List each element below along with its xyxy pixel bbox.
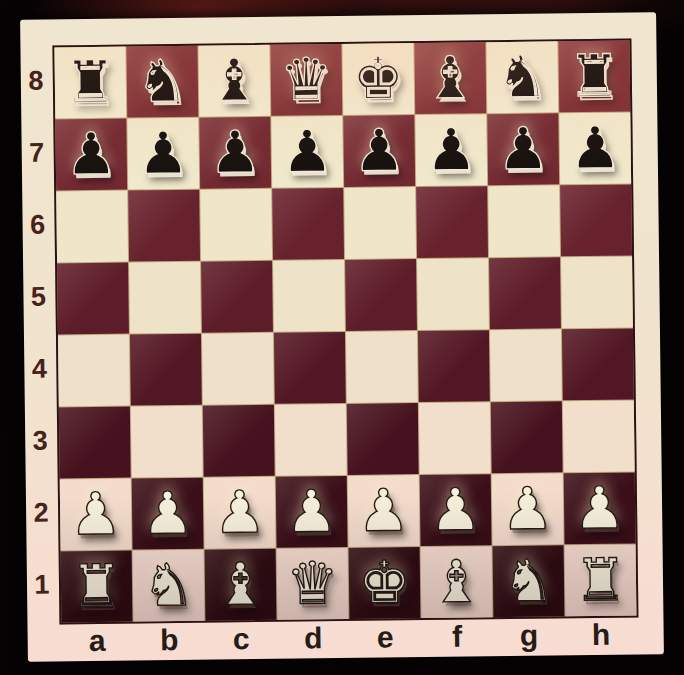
square-a5[interactable] (57, 263, 129, 335)
square-g7[interactable]: ♟︎ (487, 113, 559, 185)
white-pawn-a2[interactable]: ♟︎ (60, 479, 132, 551)
square-a3[interactable] (59, 407, 131, 479)
black-queen-d8[interactable]: ♛︎ (270, 44, 342, 116)
rank-label-4: 4 (24, 334, 55, 405)
square-f5[interactable] (417, 258, 489, 330)
rank-label-2: 2 (26, 478, 57, 549)
rank-label-8: 8 (20, 46, 51, 117)
square-f1[interactable]: ♝︎ (421, 546, 493, 618)
square-g5[interactable] (489, 257, 561, 329)
rank-label-3: 3 (25, 406, 56, 477)
square-c1[interactable]: ♝︎ (205, 549, 277, 621)
square-g1[interactable]: ♞︎ (493, 545, 565, 617)
white-rook-a1[interactable]: ♜︎ (61, 551, 133, 623)
file-label-a: a (61, 623, 132, 660)
square-a4[interactable] (58, 335, 130, 407)
black-knight-b8[interactable]: ♞︎ (126, 46, 198, 118)
square-g4[interactable] (490, 329, 562, 401)
square-e8[interactable]: ♚︎ (342, 43, 414, 115)
white-pawn-c2[interactable]: ♟︎ (204, 477, 276, 549)
black-pawn-b7[interactable]: ♟︎ (127, 118, 199, 190)
black-pawn-h7[interactable]: ♟︎ (559, 112, 631, 184)
square-c4[interactable] (202, 333, 274, 405)
white-pawn-d2[interactable]: ♟︎ (276, 476, 348, 548)
white-pawn-e2[interactable]: ♟︎ (348, 475, 420, 547)
square-c3[interactable] (203, 405, 275, 477)
white-bishop-f1[interactable]: ♝︎ (421, 546, 493, 618)
square-a8[interactable]: ♜︎ (54, 47, 126, 119)
square-h7[interactable]: ♟︎ (559, 112, 631, 184)
file-label-d: d (277, 620, 348, 657)
black-pawn-c7[interactable]: ♟︎ (199, 117, 271, 189)
black-knight-g8[interactable]: ♞︎ (486, 41, 558, 113)
square-c7[interactable]: ♟︎ (199, 117, 271, 189)
white-rook-h1[interactable]: ♜︎ (565, 544, 637, 616)
square-d3[interactable] (275, 404, 347, 476)
square-e6[interactable] (344, 187, 416, 259)
square-a7[interactable]: ♟︎ (55, 119, 127, 191)
square-g2[interactable]: ♟︎ (492, 473, 564, 545)
white-knight-g1[interactable]: ♞︎ (493, 545, 565, 617)
square-f6[interactable] (416, 186, 488, 258)
rank-label-5: 5 (23, 262, 54, 333)
square-d7[interactable]: ♟︎ (271, 116, 343, 188)
square-b7[interactable]: ♟︎ (127, 118, 199, 190)
square-h2[interactable]: ♟︎ (564, 472, 636, 544)
square-e5[interactable] (345, 259, 417, 331)
square-h6[interactable] (560, 184, 632, 256)
rank-labels: 87654321 (20, 12, 656, 20)
black-king-e8[interactable]: ♚︎ (342, 43, 414, 115)
black-bishop-f8[interactable]: ♝︎ (414, 42, 486, 114)
file-label-h: h (565, 616, 636, 653)
black-rook-h8[interactable]: ♜︎ (558, 40, 630, 112)
white-queen-d1[interactable]: ♛︎ (277, 548, 349, 620)
square-d6[interactable] (272, 188, 344, 260)
square-g6[interactable] (488, 185, 560, 257)
square-d1[interactable]: ♛︎ (277, 548, 349, 620)
square-f4[interactable] (418, 330, 490, 402)
square-h5[interactable] (561, 256, 633, 328)
square-c2[interactable]: ♟︎ (204, 477, 276, 549)
square-a1[interactable]: ♜︎ (61, 551, 133, 623)
file-label-c: c (205, 621, 276, 658)
square-f7[interactable]: ♟︎ (415, 114, 487, 186)
file-label-f: f (421, 618, 492, 655)
square-d2[interactable]: ♟︎ (276, 476, 348, 548)
square-b3[interactable] (131, 406, 203, 478)
demo-chessboard: ♜︎♞︎♝︎♛︎♚︎♝︎♞︎♜︎♟︎♟︎♟︎♟︎♟︎♟︎♟︎♟︎♟︎♟︎♟︎♟︎… (20, 12, 664, 662)
square-a2[interactable]: ♟︎ (60, 479, 132, 551)
square-b6[interactable] (128, 190, 200, 262)
square-d5[interactable] (273, 260, 345, 332)
square-b1[interactable]: ♞︎ (133, 550, 205, 622)
white-pawn-b2[interactable]: ♟︎ (132, 478, 204, 550)
square-c8[interactable]: ♝︎ (198, 45, 270, 117)
square-f2[interactable]: ♟︎ (420, 474, 492, 546)
square-e7[interactable]: ♟︎ (343, 115, 415, 187)
board-grid-frame: ♜︎♞︎♝︎♛︎♚︎♝︎♞︎♜︎♟︎♟︎♟︎♟︎♟︎♟︎♟︎♟︎♟︎♟︎♟︎♟︎… (52, 38, 638, 624)
square-g3[interactable] (491, 401, 563, 473)
square-b2[interactable]: ♟︎ (132, 478, 204, 550)
black-bishop-c8[interactable]: ♝︎ (198, 45, 270, 117)
file-labels: abcdefgh (20, 12, 656, 20)
square-h1[interactable]: ♜︎ (565, 544, 637, 616)
white-bishop-c1[interactable]: ♝︎ (205, 549, 277, 621)
square-d4[interactable] (274, 332, 346, 404)
rank-label-7: 7 (21, 118, 52, 189)
white-knight-b1[interactable]: ♞︎ (133, 550, 205, 622)
black-rook-a8[interactable]: ♜︎ (54, 47, 126, 119)
square-e2[interactable]: ♟︎ (348, 475, 420, 547)
black-pawn-d7[interactable]: ♟︎ (271, 116, 343, 188)
square-b5[interactable] (129, 262, 201, 334)
board-grid: ♜︎♞︎♝︎♛︎♚︎♝︎♞︎♜︎♟︎♟︎♟︎♟︎♟︎♟︎♟︎♟︎♟︎♟︎♟︎♟︎… (54, 40, 636, 622)
square-a6[interactable] (56, 191, 128, 263)
white-pawn-f2[interactable]: ♟︎ (420, 474, 492, 546)
black-pawn-f7[interactable]: ♟︎ (415, 114, 487, 186)
square-d8[interactable]: ♛︎ (270, 44, 342, 116)
square-b4[interactable] (130, 334, 202, 406)
black-pawn-e7[interactable]: ♟︎ (343, 115, 415, 187)
square-b8[interactable]: ♞︎ (126, 46, 198, 118)
square-f3[interactable] (419, 402, 491, 474)
file-label-e: e (349, 619, 420, 656)
rank-label-1: 1 (27, 550, 58, 621)
square-g8[interactable]: ♞︎ (486, 41, 558, 113)
square-c5[interactable] (201, 261, 273, 333)
file-label-g: g (493, 617, 564, 654)
square-f8[interactable]: ♝︎ (414, 42, 486, 114)
white-king-e1[interactable]: ♚︎ (349, 547, 421, 619)
white-pawn-g2[interactable]: ♟︎ (492, 473, 564, 545)
square-e1[interactable]: ♚︎ (349, 547, 421, 619)
square-c6[interactable] (200, 189, 272, 261)
square-e4[interactable] (346, 331, 418, 403)
file-label-b: b (133, 622, 204, 659)
white-pawn-h2[interactable]: ♟︎ (564, 472, 636, 544)
black-pawn-g7[interactable]: ♟︎ (487, 113, 559, 185)
square-h3[interactable] (563, 400, 635, 472)
black-pawn-a7[interactable]: ♟︎ (55, 119, 127, 191)
square-e3[interactable] (347, 403, 419, 475)
square-h8[interactable]: ♜︎ (558, 40, 630, 112)
rank-label-6: 6 (22, 190, 53, 261)
square-h4[interactable] (562, 328, 634, 400)
